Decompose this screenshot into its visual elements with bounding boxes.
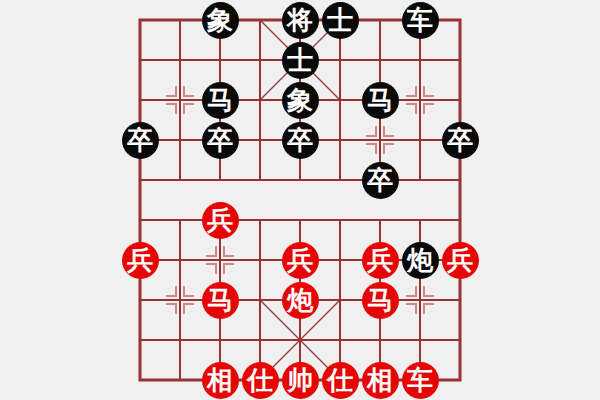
piece-black-soldier[interactable]: 卒 bbox=[282, 122, 319, 159]
piece-black-soldier[interactable]: 卒 bbox=[362, 162, 399, 199]
point-marker-corner bbox=[423, 303, 434, 314]
piece-red-soldier[interactable]: 兵 bbox=[362, 242, 399, 279]
board-point: 车 bbox=[400, 0, 440, 40]
point-marker-corner bbox=[366, 143, 377, 154]
board-point: 兵 bbox=[280, 240, 320, 280]
point-marker-corner bbox=[183, 303, 194, 314]
piece-red-soldier[interactable]: 兵 bbox=[202, 202, 239, 239]
point-marker-corner bbox=[206, 263, 217, 274]
piece-black-chariot[interactable]: 车 bbox=[402, 2, 439, 39]
point-marker-corner bbox=[166, 286, 177, 297]
board-point bbox=[400, 280, 440, 320]
board-point: 士 bbox=[280, 40, 320, 80]
piece-red-horse[interactable]: 马 bbox=[362, 282, 399, 319]
board-point: 卒 bbox=[120, 120, 160, 160]
piece-black-soldier[interactable]: 卒 bbox=[442, 122, 479, 159]
point-marker bbox=[166, 286, 194, 314]
point-marker-corner bbox=[423, 103, 434, 114]
board-point bbox=[160, 280, 200, 320]
board-point bbox=[360, 120, 400, 160]
board-point: 兵 bbox=[440, 240, 480, 280]
board-point: 象 bbox=[200, 0, 240, 40]
board-point: 卒 bbox=[280, 120, 320, 160]
point-marker-corner bbox=[406, 286, 417, 297]
board-point: 炮 bbox=[280, 280, 320, 320]
piece-red-chariot[interactable]: 车 bbox=[402, 362, 439, 399]
point-marker-corner bbox=[166, 86, 177, 97]
piece-red-cannon[interactable]: 炮 bbox=[282, 282, 319, 319]
point-marker bbox=[406, 286, 434, 314]
board-point: 马 bbox=[360, 280, 400, 320]
point-marker bbox=[206, 246, 234, 274]
board-grid: 象将士车士马象马卒卒卒卒卒炮兵兵兵兵兵马炮马相仕帅仕相车 bbox=[120, 0, 480, 400]
piece-red-soldier[interactable]: 兵 bbox=[282, 242, 319, 279]
piece-black-soldier[interactable]: 卒 bbox=[122, 122, 159, 159]
point-marker-corner bbox=[406, 103, 417, 114]
board-point: 卒 bbox=[360, 160, 400, 200]
board-point bbox=[160, 80, 200, 120]
board-point: 兵 bbox=[360, 240, 400, 280]
board-point: 卒 bbox=[440, 120, 480, 160]
piece-black-horse[interactable]: 马 bbox=[202, 82, 239, 119]
piece-black-advisor[interactable]: 士 bbox=[282, 42, 319, 79]
point-marker-corner bbox=[223, 246, 234, 257]
board-point: 士 bbox=[320, 0, 360, 40]
board-point: 车 bbox=[400, 360, 440, 400]
piece-black-elephant[interactable]: 象 bbox=[202, 2, 239, 39]
piece-red-advisor[interactable]: 仕 bbox=[242, 362, 279, 399]
point-marker-corner bbox=[383, 143, 394, 154]
point-marker-corner bbox=[423, 86, 434, 97]
board-point: 相 bbox=[200, 360, 240, 400]
point-marker-corner bbox=[366, 126, 377, 137]
piece-red-general[interactable]: 帅 bbox=[282, 362, 319, 399]
board-point: 帅 bbox=[280, 360, 320, 400]
piece-red-horse[interactable]: 马 bbox=[202, 282, 239, 319]
piece-black-general[interactable]: 将 bbox=[282, 2, 319, 39]
board-point: 象 bbox=[280, 80, 320, 120]
board-point: 仕 bbox=[320, 360, 360, 400]
board-point: 马 bbox=[200, 80, 240, 120]
piece-red-soldier[interactable]: 兵 bbox=[442, 242, 479, 279]
piece-black-soldier[interactable]: 卒 bbox=[202, 122, 239, 159]
piece-red-soldier[interactable]: 兵 bbox=[122, 242, 159, 279]
piece-red-elephant[interactable]: 相 bbox=[362, 362, 399, 399]
point-marker bbox=[166, 86, 194, 114]
board-point: 炮 bbox=[400, 240, 440, 280]
piece-black-elephant[interactable]: 象 bbox=[282, 82, 319, 119]
point-marker-corner bbox=[406, 86, 417, 97]
board-point: 卒 bbox=[200, 120, 240, 160]
point-marker-corner bbox=[183, 86, 194, 97]
board-point: 仕 bbox=[240, 360, 280, 400]
xiangqi-board: 象将士车士马象马卒卒卒卒卒炮兵兵兵兵兵马炮马相仕帅仕相车 bbox=[0, 0, 600, 400]
point-marker bbox=[406, 86, 434, 114]
point-marker-corner bbox=[166, 303, 177, 314]
point-marker-corner bbox=[206, 246, 217, 257]
board-point: 相 bbox=[360, 360, 400, 400]
board-point: 马 bbox=[200, 280, 240, 320]
board-point bbox=[200, 240, 240, 280]
point-marker bbox=[366, 126, 394, 154]
board-point: 兵 bbox=[200, 200, 240, 240]
point-marker-corner bbox=[166, 103, 177, 114]
point-marker-corner bbox=[183, 286, 194, 297]
point-marker-corner bbox=[383, 126, 394, 137]
board-point: 马 bbox=[360, 80, 400, 120]
point-marker-corner bbox=[406, 303, 417, 314]
piece-red-elephant[interactable]: 相 bbox=[202, 362, 239, 399]
point-marker-corner bbox=[223, 263, 234, 274]
piece-red-advisor[interactable]: 仕 bbox=[322, 362, 359, 399]
piece-black-advisor[interactable]: 士 bbox=[322, 2, 359, 39]
piece-black-horse[interactable]: 马 bbox=[362, 82, 399, 119]
board-point: 兵 bbox=[120, 240, 160, 280]
board-point: 将 bbox=[280, 0, 320, 40]
board-point bbox=[400, 80, 440, 120]
point-marker-corner bbox=[183, 103, 194, 114]
point-marker-corner bbox=[423, 286, 434, 297]
piece-black-cannon[interactable]: 炮 bbox=[402, 242, 439, 279]
